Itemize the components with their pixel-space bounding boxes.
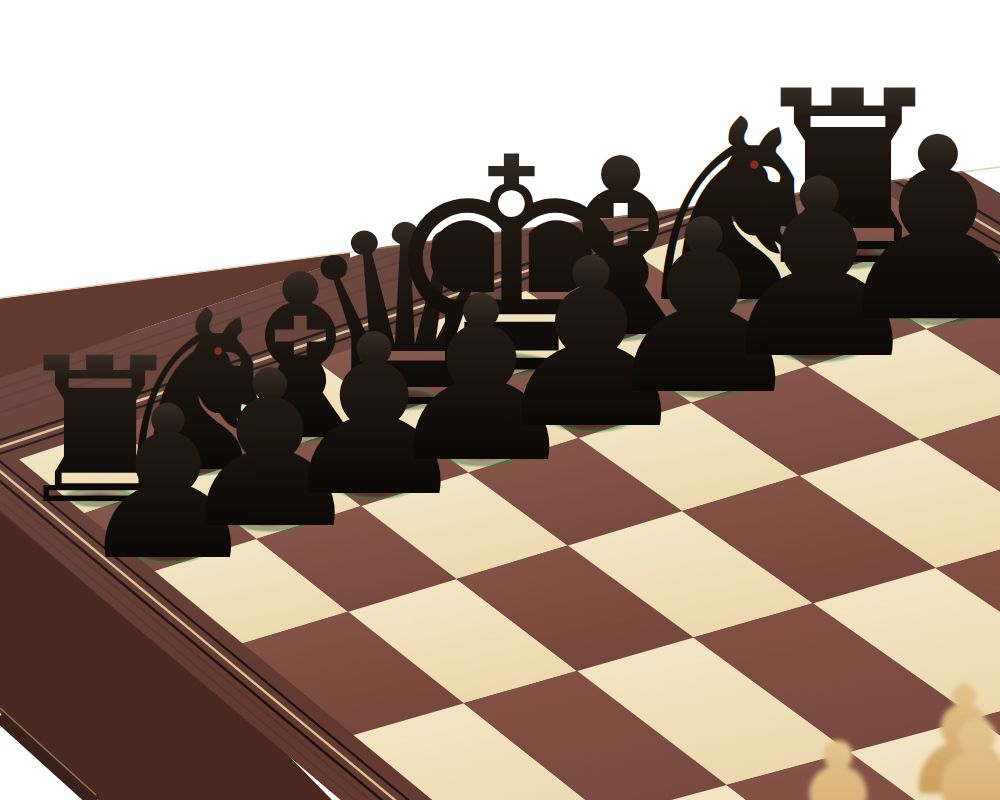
photo-scene: ♜♞♝♛♚♝♞♜♟♟♟♟♟♟♟♟♟♟♟: [0, 0, 1000, 800]
chess-board: ♜♞♝♛♚♝♞♜♟♟♟♟♟♟♟♟♟♟♟: [0, 0, 1000, 800]
black-pawn-h7: ♟: [825, 84, 1000, 378]
white-pawn-f2: ♟: [872, 672, 1000, 800]
